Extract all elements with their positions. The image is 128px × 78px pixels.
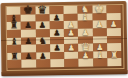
board-square [107,58,121,66]
chess-set-photo: ♚♛♝♟♜♟♟♟♝♟♞♟♜♟♟♞♚♝♟♟♟♟♟♟♛♟♟♝♜ [0,0,128,78]
board-square [50,59,64,67]
board-square [36,60,50,68]
board-frame: ♚♛♝♟♜♟♟♟♝♟♞♟♜♟♟♞♚♝♟♟♟♟♟♟♛♟♟♝♜ [0,1,127,76]
board-square [22,60,36,68]
board-square [79,59,93,67]
chess-board: ♚♛♝♟♜♟♟♟♝♟♞♟♜♟♟♞♚♝♟♟♟♟♟♟♛♟♟♝♜ [6,5,121,68]
board-square [7,60,21,68]
board-square [64,59,78,67]
board-square [93,59,107,67]
hinge-edge [2,70,128,76]
